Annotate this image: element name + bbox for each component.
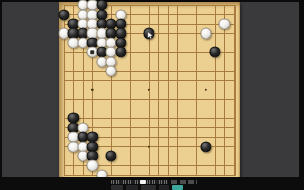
control-button-2[interactable] [126, 185, 138, 190]
screen-edge-left [0, 0, 2, 190]
screen-edge-right [299, 0, 304, 190]
move-scrubber[interactable] [111, 180, 168, 184]
last-move-marker [91, 51, 95, 55]
scrubber-thumb[interactable] [140, 180, 146, 184]
control-button-4[interactable] [159, 185, 169, 190]
control-button-3[interactable] [141, 185, 156, 190]
control-button-1[interactable] [111, 185, 123, 190]
bottom-control-bar [0, 177, 304, 190]
scrubber-info-ticks [171, 180, 197, 184]
accent-button[interactable] [172, 185, 183, 190]
go-board[interactable] [59, 2, 240, 179]
